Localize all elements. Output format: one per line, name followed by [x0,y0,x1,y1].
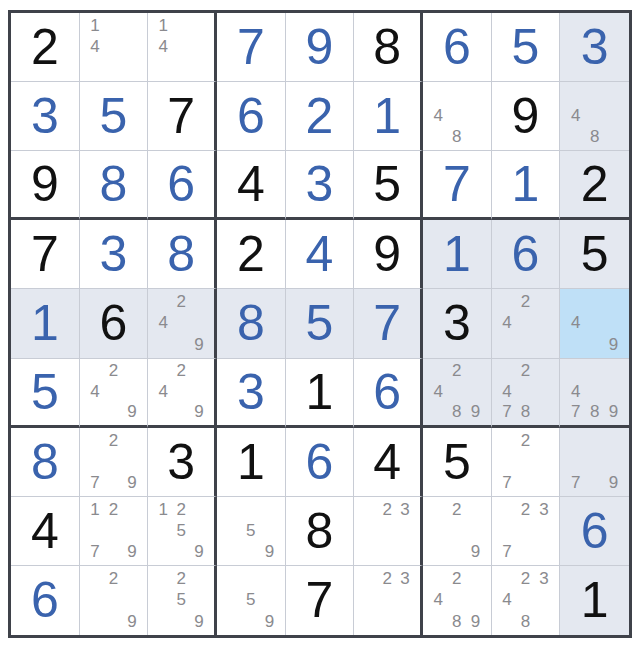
pencil-mark: 2 [516,430,535,451]
given-digit: 7 [31,229,59,279]
cell-r1c3[interactable]: 14 [148,13,217,82]
pencil-mark: 4 [498,312,517,333]
pencil-mark: 2 [172,361,190,381]
pencil-mark: 8 [448,126,467,147]
filled-digit: 1 [31,298,59,348]
filled-digit: 1 [512,159,540,209]
cell-r3c1[interactable]: 9 [11,151,80,220]
filled-digit: 7 [443,159,471,209]
pencil-mark: 2 [516,291,535,312]
cell-r5c2[interactable]: 6 [80,289,149,358]
cell-r5c4[interactable]: 8 [217,289,286,358]
cell-r9c8[interactable]: 2348 [492,566,561,635]
pencil-mark: 9 [260,611,279,632]
pencil-mark: 7 [566,401,585,421]
filled-digit: 6 [306,437,334,487]
pencil-mark: 7 [498,401,517,421]
pencil-mark: 4 [429,381,448,401]
pencil-mark: 9 [604,334,623,355]
cell-r4c8[interactable]: 6 [492,220,561,289]
cell-r8c8[interactable]: 237 [492,497,561,566]
cell-r2c3[interactable]: 7 [148,82,217,151]
pencil-marks: 2489 [429,361,485,422]
filled-digit: 1 [443,229,471,279]
cell-r8c4[interactable]: 59 [217,497,286,566]
pencil-mark: 7 [498,541,517,562]
cell-r1c5[interactable]: 9 [286,13,355,82]
given-digit: 1 [306,367,334,417]
pencil-mark: 1 [86,499,105,520]
pencil-marks: 259 [154,568,208,632]
pencil-mark: 9 [190,401,208,421]
filled-digit: 8 [31,437,59,487]
pencil-mark: 4 [566,312,585,333]
cell-r2c2[interactable]: 5 [80,82,149,151]
pencil-marks: 27 [498,430,554,493]
pencil-mark: 9 [123,472,142,493]
pencil-mark: 4 [498,589,517,610]
given-digit: 3 [167,437,195,487]
given-digit: 1 [581,575,609,625]
cell-r4c6[interactable]: 9 [354,220,423,289]
cell-r6c1[interactable]: 5 [11,359,80,428]
pencil-marks: 48 [429,84,485,147]
filled-digit: 3 [100,229,128,279]
cell-r3c4[interactable]: 4 [217,151,286,220]
cell-r7c8[interactable]: 27 [492,428,561,497]
given-digit: 5 [443,437,471,487]
cell-r7c1[interactable]: 8 [11,428,80,497]
cell-r3c3[interactable]: 6 [148,151,217,220]
cell-r6c3[interactable]: 249 [148,359,217,428]
pencil-mark: 4 [154,381,172,401]
cell-r6c4[interactable]: 3 [217,359,286,428]
pencil-mark: 9 [190,611,208,632]
cell-r5c9[interactable]: 49 [560,289,629,358]
cell-r4c5[interactable]: 4 [286,220,355,289]
pencil-marks: 23 [360,499,414,562]
cell-r1c8[interactable]: 5 [492,13,561,82]
pencil-mark: 9 [466,541,485,562]
cell-r3c9[interactable]: 2 [560,151,629,220]
pencil-mark: 4 [429,589,448,610]
cell-r5c3[interactable]: 249 [148,289,217,358]
cell-r5c6[interactable]: 7 [354,289,423,358]
pencil-mark: 9 [123,541,142,562]
cell-r2c5[interactable]: 2 [286,82,355,151]
pencil-marks: 29 [429,499,485,562]
filled-digit: 4 [306,229,334,279]
pencil-mark: 7 [86,541,105,562]
filled-digit: 6 [167,159,195,209]
pencil-mark: 4 [86,381,105,401]
pencil-mark: 4 [429,105,448,126]
given-digit: 9 [31,159,59,209]
filled-digit: 7 [373,298,401,348]
cell-r9c7[interactable]: 2489 [423,566,492,635]
pencil-mark: 1 [154,499,172,520]
cell-r8c5[interactable]: 8 [286,497,355,566]
pencil-mark: 4 [566,105,585,126]
cell-r6c8[interactable]: 2478 [492,359,561,428]
pencil-mark: 9 [604,472,623,493]
pencil-marks: 59 [223,568,279,632]
given-digit: 6 [100,298,128,348]
given-digit: 3 [443,298,471,348]
filled-digit: 8 [167,229,195,279]
pencil-mark: 8 [448,401,467,421]
pencil-mark: 2 [378,499,396,520]
filled-digit: 6 [237,91,265,141]
pencil-marks: 29 [86,568,142,632]
pencil-mark: 9 [190,334,208,355]
filled-digit: 7 [237,22,265,72]
cell-r4c1[interactable]: 7 [11,220,80,289]
pencil-mark: 3 [535,499,554,520]
cell-r7c6[interactable]: 4 [354,428,423,497]
filled-digit: 5 [100,91,128,141]
cell-r1c6[interactable]: 8 [354,13,423,82]
cell-r2c1[interactable]: 3 [11,82,80,151]
cell-r9c9[interactable]: 1 [560,566,629,635]
cell-r6c6[interactable]: 6 [354,359,423,428]
pencil-marks: 2348 [498,568,554,632]
pencil-marks: 24 [498,291,554,354]
filled-digit: 6 [581,506,609,556]
cell-r7c3[interactable]: 3 [148,428,217,497]
cell-r5c7[interactable]: 3 [423,289,492,358]
cell-r1c9[interactable]: 3 [560,13,629,82]
pencil-mark: 4 [86,36,105,57]
pencil-mark: 7 [86,472,105,493]
given-digit: 9 [512,91,540,141]
cell-r9c6[interactable]: 23 [354,566,423,635]
cell-r8c1[interactable]: 4 [11,497,80,566]
cell-r8c7[interactable]: 29 [423,497,492,566]
filled-digit: 6 [512,229,540,279]
cell-r5c8[interactable]: 24 [492,289,561,358]
pencil-marks: 14 [154,15,208,78]
filled-digit: 1 [373,91,401,141]
pencil-marks: 48 [566,84,623,147]
cell-r3c6[interactable]: 5 [354,151,423,220]
pencil-mark: 3 [396,568,414,589]
cell-r2c9[interactable]: 48 [560,82,629,151]
given-digit: 4 [373,437,401,487]
cell-r4c3[interactable]: 8 [148,220,217,289]
pencil-marks: 279 [86,430,142,493]
pencil-mark: 2 [448,568,467,589]
pencil-marks: 249 [86,361,142,422]
filled-digit: 5 [31,367,59,417]
cell-r1c1[interactable]: 2 [11,13,80,82]
cell-r3c2[interactable]: 8 [80,151,149,220]
pencil-marks: 14 [86,15,142,78]
cell-r9c1[interactable]: 6 [11,566,80,635]
cell-r4c9[interactable]: 5 [560,220,629,289]
pencil-mark: 2 [172,499,190,520]
pencil-marks: 1279 [86,499,142,562]
cell-r9c2[interactable]: 29 [80,566,149,635]
cell-r8c9[interactable]: 6 [560,497,629,566]
given-digit: 2 [237,229,265,279]
pencil-mark: 2 [516,361,535,381]
cell-r9c3[interactable]: 259 [148,566,217,635]
pencil-mark: 9 [123,611,142,632]
pencil-marks: 23 [360,568,414,632]
pencil-marks: 249 [154,291,208,354]
pencil-mark: 2 [516,568,535,589]
pencil-mark: 4 [154,312,172,333]
pencil-mark: 2 [448,361,467,381]
pencil-mark: 9 [466,401,485,421]
cell-r5c5[interactable]: 5 [286,289,355,358]
cell-r8c2[interactable]: 1279 [80,497,149,566]
given-digit: 8 [373,22,401,72]
cell-r1c4[interactable]: 7 [217,13,286,82]
pencil-marks: 4789 [566,361,623,422]
pencil-mark: 2 [104,499,123,520]
pencil-marks: 237 [498,499,554,562]
pencil-mark: 5 [242,520,261,541]
cell-r6c5[interactable]: 1 [286,359,355,428]
pencil-mark: 3 [396,499,414,520]
given-digit: 2 [31,22,59,72]
pencil-mark: 9 [260,541,279,562]
pencil-mark: 9 [190,541,208,562]
cell-r5c1[interactable]: 1 [11,289,80,358]
pencil-mark: 2 [172,568,190,589]
pencil-marks: 59 [223,499,279,562]
pencil-mark: 2 [104,361,123,381]
given-digit: 4 [31,506,59,556]
filled-digit: 8 [100,159,128,209]
pencil-marks: 79 [566,430,623,493]
cell-r1c7[interactable]: 6 [423,13,492,82]
pencil-mark: 5 [172,589,190,610]
filled-digit: 2 [306,91,334,141]
cell-r7c4[interactable]: 1 [217,428,286,497]
pencil-mark: 2 [104,430,123,451]
pencil-mark: 4 [566,381,585,401]
given-digit: 5 [373,159,401,209]
cell-r2c6[interactable]: 1 [354,82,423,151]
pencil-mark: 7 [498,472,517,493]
pencil-marks: 2478 [498,361,554,422]
pencil-mark: 2 [378,568,396,589]
cell-r8c3[interactable]: 1259 [148,497,217,566]
pencil-mark: 2 [448,499,467,520]
cell-r1c2[interactable]: 14 [80,13,149,82]
pencil-marks: 1259 [154,499,208,562]
cell-r2c7[interactable]: 48 [423,82,492,151]
cell-r4c7[interactable]: 1 [423,220,492,289]
pencil-mark: 9 [604,401,623,421]
given-digit: 4 [237,159,265,209]
filled-digit: 3 [237,367,265,417]
cell-r7c7[interactable]: 5 [423,428,492,497]
pencil-mark: 3 [535,568,554,589]
pencil-mark: 2 [516,499,535,520]
cell-r3c5[interactable]: 3 [286,151,355,220]
filled-digit: 3 [31,91,59,141]
filled-digit: 3 [581,22,609,72]
given-digit: 7 [306,575,334,625]
pencil-mark: 8 [516,401,535,421]
cell-r7c9[interactable]: 79 [560,428,629,497]
cell-r7c2[interactable]: 279 [80,428,149,497]
cell-r9c4[interactable]: 59 [217,566,286,635]
cell-r2c8[interactable]: 9 [492,82,561,151]
pencil-mark: 7 [566,472,585,493]
cell-r8c6[interactable]: 23 [354,497,423,566]
filled-digit: 6 [443,22,471,72]
given-digit: 5 [581,229,609,279]
sudoku-board: 2141479865335762148948986435712738249165… [8,10,632,638]
cell-r4c2[interactable]: 3 [80,220,149,289]
pencil-mark: 8 [516,611,535,632]
filled-digit: 3 [306,159,334,209]
given-digit: 7 [167,91,195,141]
pencil-mark: 1 [86,15,105,36]
pencil-mark: 4 [154,36,172,57]
cell-r9c5[interactable]: 7 [286,566,355,635]
pencil-mark: 5 [242,589,261,610]
pencil-mark: 4 [498,381,517,401]
cell-r6c9[interactable]: 4789 [560,359,629,428]
pencil-mark: 8 [448,611,467,632]
pencil-marks: 49 [566,291,623,354]
filled-digit: 5 [306,298,334,348]
pencil-mark: 9 [123,401,142,421]
pencil-mark: 8 [585,126,604,147]
cell-r2c4[interactable]: 6 [217,82,286,151]
cell-r3c8[interactable]: 1 [492,151,561,220]
pencil-mark: 2 [104,568,123,589]
filled-digit: 6 [31,575,59,625]
pencil-marks: 2489 [429,568,485,632]
cell-r6c2[interactable]: 249 [80,359,149,428]
pencil-marks: 249 [154,361,208,422]
filled-digit: 6 [373,367,401,417]
pencil-mark: 2 [172,291,190,312]
filled-digit: 8 [237,298,265,348]
cell-r6c7[interactable]: 2489 [423,359,492,428]
given-digit: 2 [581,159,609,209]
pencil-mark: 8 [585,401,604,421]
cell-r7c5[interactable]: 6 [286,428,355,497]
given-digit: 1 [237,437,265,487]
filled-digit: 9 [306,22,334,72]
pencil-mark: 1 [154,15,172,36]
cell-r3c7[interactable]: 7 [423,151,492,220]
pencil-mark: 5 [172,520,190,541]
given-digit: 9 [373,229,401,279]
cell-r4c4[interactable]: 2 [217,220,286,289]
filled-digit: 5 [512,22,540,72]
given-digit: 8 [306,506,334,556]
pencil-mark: 9 [466,611,485,632]
